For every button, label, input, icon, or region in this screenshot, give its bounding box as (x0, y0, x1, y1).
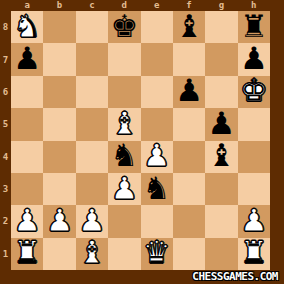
square-b8[interactable] (43, 11, 75, 43)
square-h7[interactable]: ♟ (238, 43, 270, 75)
piece-white-rook-h1[interactable]: ♜ (240, 237, 268, 268)
square-d7[interactable] (108, 43, 140, 75)
piece-white-rook-a1[interactable]: ♜ (13, 237, 41, 268)
square-a4[interactable] (11, 141, 43, 173)
file-label-c: c (76, 0, 108, 11)
square-b7[interactable] (43, 43, 75, 75)
rank-label-3: 3 (0, 173, 11, 205)
square-c3[interactable] (76, 173, 108, 205)
square-c8[interactable] (76, 11, 108, 43)
piece-black-bishop-g4[interactable]: ♝ (208, 140, 236, 171)
piece-black-pawn-f6[interactable]: ♟ (175, 75, 203, 106)
square-d3[interactable]: ♟ (108, 173, 140, 205)
square-e3[interactable]: ♞ (141, 173, 173, 205)
square-e6[interactable] (141, 76, 173, 108)
square-d4[interactable]: ♞ (108, 141, 140, 173)
rank-label-4: 4 (0, 141, 11, 173)
square-e1[interactable]: ♛ (141, 238, 173, 270)
piece-white-pawn-a2[interactable]: ♟ (13, 205, 41, 236)
square-f2[interactable] (173, 205, 205, 237)
square-c6[interactable] (76, 76, 108, 108)
piece-black-pawn-g5[interactable]: ♟ (208, 108, 236, 139)
square-e8[interactable] (141, 11, 173, 43)
rank-label-6: 6 (0, 76, 11, 108)
square-e2[interactable] (141, 205, 173, 237)
square-f6[interactable]: ♟ (173, 76, 205, 108)
square-g8[interactable] (205, 11, 237, 43)
square-h4[interactable] (238, 141, 270, 173)
rank-label-2: 2 (0, 205, 11, 237)
piece-white-knight-a8[interactable]: ♞ (13, 11, 41, 42)
piece-white-pawn-d3[interactable]: ♟ (110, 173, 138, 204)
square-c5[interactable] (76, 108, 108, 140)
square-b2[interactable]: ♟ (43, 205, 75, 237)
rank-label-8: 8 (0, 11, 11, 43)
square-g7[interactable] (205, 43, 237, 75)
square-a3[interactable] (11, 173, 43, 205)
piece-black-pawn-h7[interactable]: ♟ (240, 43, 268, 74)
square-d5[interactable]: ♝ (108, 108, 140, 140)
piece-white-pawn-b2[interactable]: ♟ (46, 205, 74, 236)
square-b4[interactable] (43, 141, 75, 173)
piece-white-queen-e1[interactable]: ♛ (143, 237, 171, 268)
square-e4[interactable]: ♟ (141, 141, 173, 173)
square-g2[interactable] (205, 205, 237, 237)
rank-label-7: 7 (0, 43, 11, 75)
board: ♞♚♝♜♟♟♟♚♝♟♞♟♝♟♞♟♟♟♟♜♝♛♜ (11, 11, 270, 270)
square-f8[interactable]: ♝ (173, 11, 205, 43)
piece-black-bishop-f8[interactable]: ♝ (175, 11, 203, 42)
rank-label-1: 1 (0, 238, 11, 270)
piece-white-king-h6[interactable]: ♚ (240, 75, 268, 106)
square-e5[interactable] (141, 108, 173, 140)
chess-diagram: abcdefgh 87654321 ♞♚♝♜♟♟♟♚♝♟♞♟♝♟♞♟♟♟♟♜♝♛… (0, 0, 284, 284)
square-b5[interactable] (43, 108, 75, 140)
square-d1[interactable] (108, 238, 140, 270)
square-d6[interactable] (108, 76, 140, 108)
square-b3[interactable] (43, 173, 75, 205)
square-d2[interactable] (108, 205, 140, 237)
square-g6[interactable] (205, 76, 237, 108)
square-a5[interactable] (11, 108, 43, 140)
square-g3[interactable] (205, 173, 237, 205)
square-g5[interactable]: ♟ (205, 108, 237, 140)
square-h3[interactable] (238, 173, 270, 205)
file-labels: abcdefgh (11, 0, 270, 11)
file-label-b: b (43, 0, 75, 11)
square-a1[interactable]: ♜ (11, 238, 43, 270)
square-h2[interactable]: ♟ (238, 205, 270, 237)
piece-white-pawn-e4[interactable]: ♟ (143, 140, 171, 171)
square-f7[interactable] (173, 43, 205, 75)
rank-labels: 87654321 (0, 11, 11, 270)
square-c4[interactable] (76, 141, 108, 173)
square-c1[interactable]: ♝ (76, 238, 108, 270)
square-a6[interactable] (11, 76, 43, 108)
piece-white-bishop-d5[interactable]: ♝ (110, 108, 138, 139)
square-f1[interactable] (173, 238, 205, 270)
piece-white-pawn-c2[interactable]: ♟ (78, 205, 106, 236)
square-h6[interactable]: ♚ (238, 76, 270, 108)
square-g1[interactable] (205, 238, 237, 270)
piece-black-pawn-a7[interactable]: ♟ (13, 43, 41, 74)
square-a2[interactable]: ♟ (11, 205, 43, 237)
square-f4[interactable] (173, 141, 205, 173)
square-b1[interactable] (43, 238, 75, 270)
square-b6[interactable] (43, 76, 75, 108)
chessgames-watermark: CHESSGAMES.COM (192, 270, 278, 283)
piece-white-bishop-c1[interactable]: ♝ (78, 237, 106, 268)
square-c2[interactable]: ♟ (76, 205, 108, 237)
square-f5[interactable] (173, 108, 205, 140)
piece-white-pawn-h2[interactable]: ♟ (240, 205, 268, 236)
square-a7[interactable]: ♟ (11, 43, 43, 75)
square-f3[interactable] (173, 173, 205, 205)
piece-black-knight-e3[interactable]: ♞ (143, 173, 171, 204)
square-h1[interactable]: ♜ (238, 238, 270, 270)
square-e7[interactable] (141, 43, 173, 75)
rank-label-5: 5 (0, 108, 11, 140)
square-g4[interactable]: ♝ (205, 141, 237, 173)
file-label-g: g (205, 0, 237, 11)
piece-black-knight-d4[interactable]: ♞ (110, 140, 138, 171)
square-a8[interactable]: ♞ (11, 11, 43, 43)
square-d8[interactable]: ♚ (108, 11, 140, 43)
piece-black-king-d8[interactable]: ♚ (110, 11, 138, 42)
piece-black-rook-h8[interactable]: ♜ (240, 11, 268, 42)
file-label-e: e (141, 0, 173, 11)
square-h8[interactable]: ♜ (238, 11, 270, 43)
square-h5[interactable] (238, 108, 270, 140)
square-c7[interactable] (76, 43, 108, 75)
